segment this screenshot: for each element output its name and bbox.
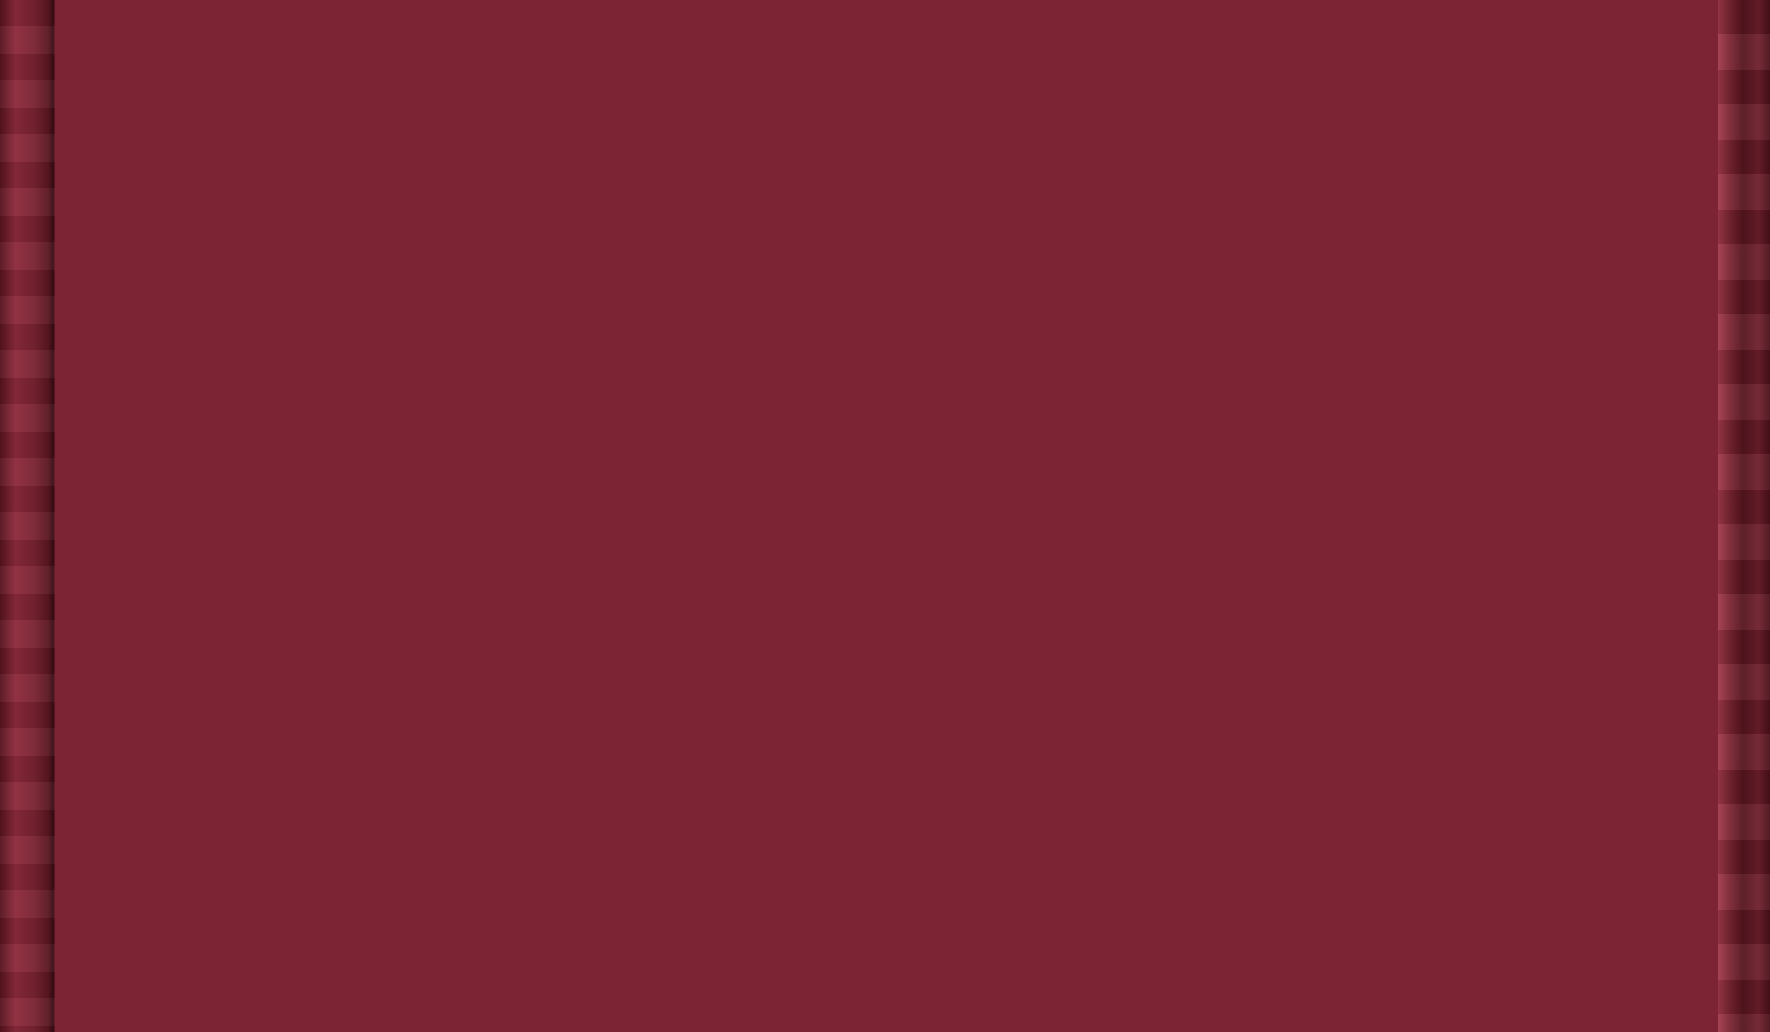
board-frame-right: [1718, 0, 1770, 1032]
chess-board: [55, 0, 1718, 1032]
chess-diagram: [0, 0, 1770, 1032]
board-frame-left: [0, 0, 55, 1032]
